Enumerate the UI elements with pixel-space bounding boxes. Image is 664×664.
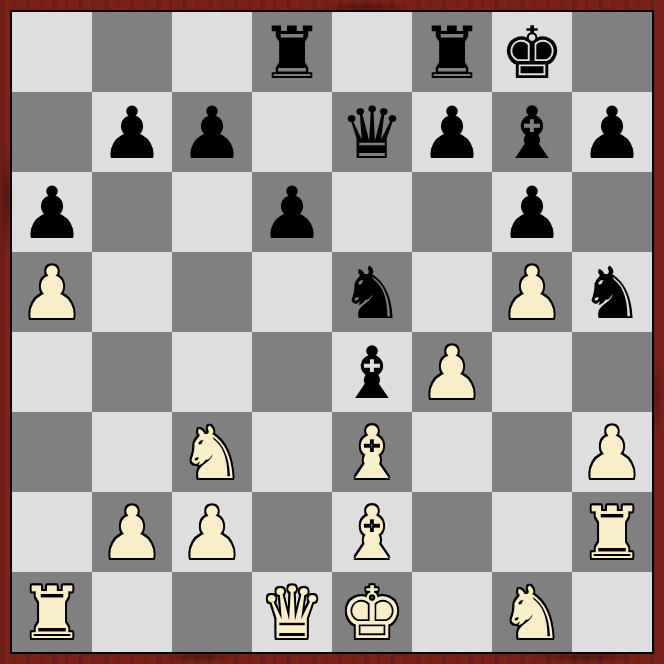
square-g7[interactable]: ♝: [492, 92, 572, 172]
square-c6[interactable]: [172, 172, 252, 252]
piece-white-pawn[interactable]: ♟: [180, 497, 245, 569]
square-d6[interactable]: ♟: [252, 172, 332, 252]
square-c5[interactable]: [172, 252, 252, 332]
piece-white-king[interactable]: ♚: [340, 577, 405, 649]
square-e5[interactable]: ♞: [332, 252, 412, 332]
square-b1[interactable]: [92, 572, 172, 652]
square-a2[interactable]: [12, 492, 92, 572]
square-g6[interactable]: ♟: [492, 172, 572, 252]
square-g2[interactable]: [492, 492, 572, 572]
square-b8[interactable]: [92, 12, 172, 92]
piece-black-rook[interactable]: ♜: [260, 17, 325, 89]
piece-white-bishop[interactable]: ♝: [340, 497, 405, 569]
piece-black-pawn[interactable]: ♟: [420, 97, 485, 169]
square-e6[interactable]: [332, 172, 412, 252]
piece-white-pawn[interactable]: ♟: [500, 257, 565, 329]
piece-black-king[interactable]: ♚: [500, 17, 565, 89]
piece-white-bishop[interactable]: ♝: [340, 417, 405, 489]
piece-white-pawn[interactable]: ♟: [100, 497, 165, 569]
square-c4[interactable]: [172, 332, 252, 412]
piece-white-knight[interactable]: ♞: [180, 417, 245, 489]
square-d8[interactable]: ♜: [252, 12, 332, 92]
piece-black-pawn[interactable]: ♟: [580, 97, 645, 169]
piece-white-rook[interactable]: ♜: [20, 577, 85, 649]
square-b7[interactable]: ♟: [92, 92, 172, 172]
square-g5[interactable]: ♟: [492, 252, 572, 332]
piece-white-pawn[interactable]: ♟: [420, 337, 485, 409]
square-g8[interactable]: ♚: [492, 12, 572, 92]
square-f3[interactable]: [412, 412, 492, 492]
piece-black-pawn[interactable]: ♟: [20, 177, 85, 249]
piece-black-bishop[interactable]: ♝: [500, 97, 565, 169]
piece-white-queen[interactable]: ♛: [260, 577, 325, 649]
piece-black-knight[interactable]: ♞: [340, 257, 405, 329]
piece-black-knight[interactable]: ♞: [580, 257, 645, 329]
square-b2[interactable]: ♟: [92, 492, 172, 572]
piece-black-bishop[interactable]: ♝: [340, 337, 405, 409]
square-h7[interactable]: ♟: [572, 92, 652, 172]
square-a1[interactable]: ♜: [12, 572, 92, 652]
piece-white-pawn[interactable]: ♟: [20, 257, 85, 329]
square-a4[interactable]: [12, 332, 92, 412]
square-d1[interactable]: ♛: [252, 572, 332, 652]
square-c7[interactable]: ♟: [172, 92, 252, 172]
piece-white-rook[interactable]: ♜: [580, 497, 645, 569]
square-g1[interactable]: ♞: [492, 572, 572, 652]
square-c3[interactable]: ♞: [172, 412, 252, 492]
square-d7[interactable]: [252, 92, 332, 172]
piece-black-pawn[interactable]: ♟: [100, 97, 165, 169]
square-b4[interactable]: [92, 332, 172, 412]
piece-black-rook[interactable]: ♜: [420, 17, 485, 89]
square-c1[interactable]: [172, 572, 252, 652]
square-e2[interactable]: ♝: [332, 492, 412, 572]
board-frame: ♜♜♚♟♟♛♟♝♟♟♟♟♟♞♟♞♝♟♞♝♟♟♟♝♜♜♛♚♞: [0, 0, 664, 664]
chess-board: ♜♜♚♟♟♛♟♝♟♟♟♟♟♞♟♞♝♟♞♝♟♟♟♝♜♜♛♚♞: [10, 10, 654, 654]
piece-white-pawn[interactable]: ♟: [580, 417, 645, 489]
piece-black-pawn[interactable]: ♟: [500, 177, 565, 249]
square-a8[interactable]: [12, 12, 92, 92]
piece-black-queen[interactable]: ♛: [340, 97, 405, 169]
square-b3[interactable]: [92, 412, 172, 492]
piece-black-pawn[interactable]: ♟: [260, 177, 325, 249]
square-e1[interactable]: ♚: [332, 572, 412, 652]
square-h1[interactable]: [572, 572, 652, 652]
piece-white-knight[interactable]: ♞: [500, 577, 565, 649]
square-d5[interactable]: [252, 252, 332, 332]
square-h3[interactable]: ♟: [572, 412, 652, 492]
square-f1[interactable]: [412, 572, 492, 652]
square-h8[interactable]: [572, 12, 652, 92]
square-a5[interactable]: ♟: [12, 252, 92, 332]
square-b6[interactable]: [92, 172, 172, 252]
square-h2[interactable]: ♜: [572, 492, 652, 572]
square-d3[interactable]: [252, 412, 332, 492]
square-a3[interactable]: [12, 412, 92, 492]
square-f8[interactable]: ♜: [412, 12, 492, 92]
square-h5[interactable]: ♞: [572, 252, 652, 332]
square-a6[interactable]: ♟: [12, 172, 92, 252]
square-e3[interactable]: ♝: [332, 412, 412, 492]
piece-black-pawn[interactable]: ♟: [180, 97, 245, 169]
square-d4[interactable]: [252, 332, 332, 412]
square-c2[interactable]: ♟: [172, 492, 252, 572]
square-g4[interactable]: [492, 332, 572, 412]
square-f2[interactable]: [412, 492, 492, 572]
square-g3[interactable]: [492, 412, 572, 492]
square-c8[interactable]: [172, 12, 252, 92]
square-f7[interactable]: ♟: [412, 92, 492, 172]
square-d2[interactable]: [252, 492, 332, 572]
square-f5[interactable]: [412, 252, 492, 332]
square-e4[interactable]: ♝: [332, 332, 412, 412]
square-e8[interactable]: [332, 12, 412, 92]
square-h4[interactable]: [572, 332, 652, 412]
square-e7[interactable]: ♛: [332, 92, 412, 172]
square-f4[interactable]: ♟: [412, 332, 492, 412]
square-f6[interactable]: [412, 172, 492, 252]
square-b5[interactable]: [92, 252, 172, 332]
square-h6[interactable]: [572, 172, 652, 252]
square-a7[interactable]: [12, 92, 92, 172]
